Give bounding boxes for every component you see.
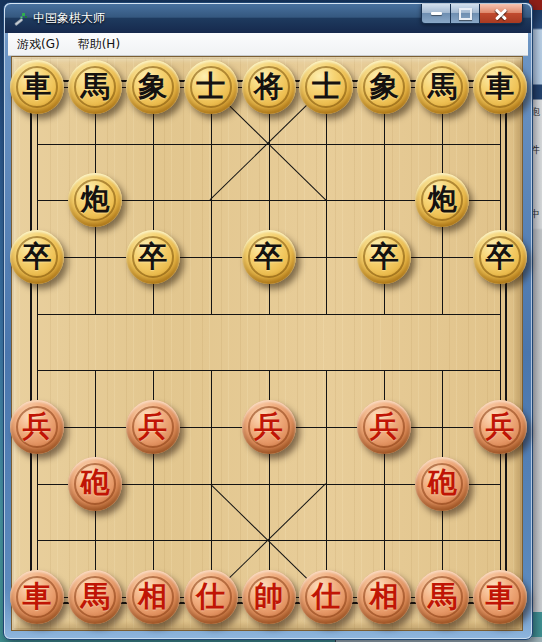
minimize-button[interactable] [421, 4, 451, 24]
piece-glyph: 兵 [23, 412, 52, 441]
black-piece[interactable]: 卒 [242, 230, 296, 284]
piece-glyph: 卒 [370, 242, 399, 271]
piece-glyph: 馬 [428, 72, 457, 101]
screen: 砲 件 中 中国象棋大师 [0, 0, 542, 642]
board-file-line [326, 87, 327, 315]
maximize-button[interactable] [451, 4, 479, 24]
piece-glyph: 帥 [254, 582, 283, 611]
app-icon [12, 11, 28, 27]
piece-glyph: 車 [486, 582, 515, 611]
piece-glyph: 炮 [80, 185, 109, 214]
black-piece[interactable]: 卒 [473, 230, 527, 284]
red-piece[interactable]: 馬 [415, 570, 469, 624]
piece-glyph: 卒 [486, 242, 515, 271]
red-piece[interactable]: 仕 [299, 570, 353, 624]
red-piece[interactable]: 砲 [68, 457, 122, 511]
red-piece[interactable]: 馬 [68, 570, 122, 624]
piece-glyph: 士 [196, 72, 225, 101]
black-piece[interactable]: 将 [242, 60, 296, 114]
board-file-line [37, 87, 38, 598]
black-piece[interactable]: 車 [473, 60, 527, 114]
menu-help[interactable]: 帮助(H) [69, 33, 129, 56]
piece-glyph: 馬 [80, 72, 109, 101]
red-piece[interactable]: 兵 [357, 400, 411, 454]
piece-glyph: 士 [312, 72, 341, 101]
piece-glyph: 馬 [80, 582, 109, 611]
piece-glyph: 仕 [312, 582, 341, 611]
piece-glyph: 炮 [428, 185, 457, 214]
red-piece[interactable]: 兵 [242, 400, 296, 454]
black-piece[interactable]: 炮 [68, 173, 122, 227]
black-piece[interactable]: 馬 [415, 60, 469, 114]
piece-glyph: 相 [138, 582, 167, 611]
black-piece[interactable]: 象 [357, 60, 411, 114]
xiangqi-board[interactable]: 車馬象士将士象馬車炮炮卒卒卒卒卒兵兵兵兵兵砲砲車馬相仕帥仕相馬車 [11, 56, 523, 631]
app-window: 中国象棋大师 游戏(G) 帮助(H) 車馬象士将士象馬車炮炮卒卒卒卒卒兵兵兵兵兵… [3, 2, 533, 640]
piece-glyph: 砲 [428, 468, 457, 497]
black-piece[interactable]: 士 [299, 60, 353, 114]
piece-glyph: 卒 [254, 242, 283, 271]
black-piece[interactable]: 馬 [68, 60, 122, 114]
red-piece[interactable]: 兵 [10, 400, 64, 454]
red-piece[interactable]: 相 [126, 570, 180, 624]
titlebar[interactable]: 中国象棋大师 [5, 4, 531, 33]
menu-game[interactable]: 游戏(G) [8, 33, 69, 56]
menubar: 游戏(G) 帮助(H) [8, 33, 528, 56]
piece-glyph: 兵 [370, 412, 399, 441]
piece-glyph: 将 [254, 72, 283, 101]
piece-glyph: 砲 [80, 468, 109, 497]
maximize-icon [459, 8, 472, 20]
board-file-line [326, 370, 327, 598]
black-piece[interactable]: 卒 [10, 230, 64, 284]
piece-glyph: 車 [23, 582, 52, 611]
minimize-icon [431, 12, 442, 15]
piece-glyph: 象 [370, 72, 399, 101]
red-piece[interactable]: 兵 [473, 400, 527, 454]
red-piece[interactable]: 帥 [242, 570, 296, 624]
red-piece[interactable]: 車 [10, 570, 64, 624]
window-title: 中国象棋大师 [33, 10, 105, 27]
black-piece[interactable]: 車 [10, 60, 64, 114]
board-file-line [211, 87, 212, 315]
piece-glyph: 兵 [486, 412, 515, 441]
red-piece[interactable]: 仕 [184, 570, 238, 624]
piece-glyph: 馬 [428, 582, 457, 611]
caption-buttons [421, 4, 523, 24]
black-piece[interactable]: 卒 [357, 230, 411, 284]
board-file-line [500, 87, 501, 598]
piece-glyph: 車 [23, 72, 52, 101]
close-button[interactable] [479, 4, 523, 24]
piece-glyph: 兵 [254, 412, 283, 441]
red-piece[interactable]: 兵 [126, 400, 180, 454]
red-piece[interactable]: 車 [473, 570, 527, 624]
piece-glyph: 仕 [196, 582, 225, 611]
piece-glyph: 車 [486, 72, 515, 101]
piece-glyph: 卒 [138, 242, 167, 271]
piece-glyph: 相 [370, 582, 399, 611]
piece-glyph: 卒 [23, 242, 52, 271]
piece-glyph: 兵 [138, 412, 167, 441]
close-icon [494, 8, 508, 20]
black-piece[interactable]: 象 [126, 60, 180, 114]
red-piece[interactable]: 砲 [415, 457, 469, 511]
black-piece[interactable]: 士 [184, 60, 238, 114]
black-piece[interactable]: 卒 [126, 230, 180, 284]
red-piece[interactable]: 相 [357, 570, 411, 624]
piece-glyph: 象 [138, 72, 167, 101]
